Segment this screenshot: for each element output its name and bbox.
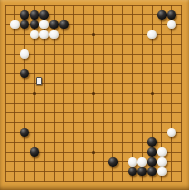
white-stone: [39, 30, 49, 40]
black-stone: [30, 147, 40, 157]
white-stone: [20, 49, 30, 59]
white-stone: [157, 147, 167, 157]
white-stone: [49, 30, 59, 40]
white-stone: [137, 157, 147, 167]
black-stone: [30, 20, 40, 30]
black-stone: [39, 10, 49, 20]
black-stone: [30, 10, 40, 20]
white-stone: [167, 128, 177, 138]
go-board[interactable]: [0, 0, 189, 190]
black-stone: [157, 10, 167, 20]
black-stone: [137, 167, 147, 177]
black-stone: [147, 167, 157, 177]
black-stone: [147, 147, 157, 157]
white-stone: [30, 30, 40, 40]
white-stone: [157, 157, 167, 167]
black-stone: [128, 167, 138, 177]
black-stone: [20, 20, 30, 30]
black-stone: [108, 157, 118, 167]
white-stone: [39, 20, 49, 30]
white-stone: [10, 20, 20, 30]
black-stone: [147, 157, 157, 167]
board-grid[interactable]: [0, 0, 186, 186]
cursor-marker: [36, 77, 42, 85]
white-stone: [147, 30, 157, 40]
black-stone: [20, 10, 30, 20]
black-stone: [147, 137, 157, 147]
black-stone: [20, 69, 30, 79]
white-stone: [167, 20, 177, 30]
white-stone: [128, 157, 138, 167]
black-stone: [59, 20, 69, 30]
white-stone: [157, 167, 167, 177]
black-stone: [167, 10, 177, 20]
black-stone: [20, 128, 30, 138]
black-stone: [49, 20, 59, 30]
